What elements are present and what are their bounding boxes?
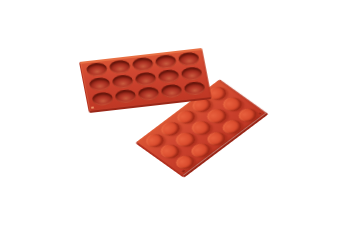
product-photo-scene — [0, 0, 350, 229]
cavity — [154, 54, 177, 69]
cavity — [86, 62, 109, 77]
cavity — [131, 57, 154, 72]
cavity — [177, 51, 200, 66]
cavity — [160, 84, 183, 99]
cavity — [180, 66, 203, 81]
cavity — [91, 91, 114, 106]
cavity — [108, 59, 131, 74]
cavity — [137, 86, 160, 101]
cavity — [111, 74, 134, 89]
cavity — [88, 77, 111, 92]
cavity — [134, 71, 157, 86]
cavity — [157, 69, 180, 84]
cavity — [183, 81, 206, 96]
cavity — [114, 89, 137, 104]
corner-hole-icon — [91, 106, 94, 109]
